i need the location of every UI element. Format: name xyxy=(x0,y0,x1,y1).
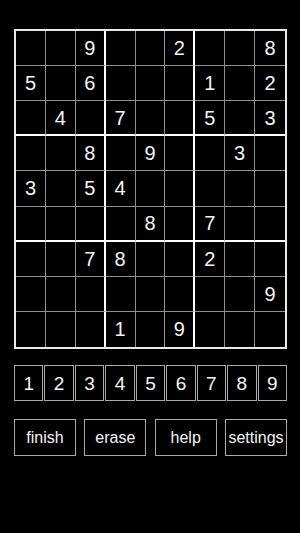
numpad-4[interactable]: 4 xyxy=(105,365,134,401)
cell-r1c6[interactable]: 2 xyxy=(165,31,195,66)
finish-button[interactable]: finish xyxy=(14,419,76,456)
cell-r8c4[interactable] xyxy=(106,277,136,312)
numpad-2[interactable]: 2 xyxy=(44,365,73,401)
numpad-7[interactable]: 7 xyxy=(197,365,226,401)
cell-r3c5[interactable] xyxy=(136,101,166,136)
cell-r4c2[interactable] xyxy=(46,136,76,171)
cell-r3c2[interactable]: 4 xyxy=(46,101,76,136)
cell-r1c1[interactable] xyxy=(16,31,46,66)
cell-r5c6[interactable] xyxy=(165,171,195,206)
cell-r2c7[interactable]: 1 xyxy=(195,66,225,101)
cell-r4c5[interactable]: 9 xyxy=(136,136,166,171)
settings-button[interactable]: settings xyxy=(225,419,287,456)
cell-r6c4[interactable] xyxy=(106,207,136,242)
cell-r8c5[interactable] xyxy=(136,277,166,312)
cell-r1c8[interactable] xyxy=(225,31,255,66)
cell-r7c4[interactable]: 8 xyxy=(106,242,136,277)
cell-r3c1[interactable] xyxy=(16,101,46,136)
cell-r8c1[interactable] xyxy=(16,277,46,312)
cell-r8c2[interactable] xyxy=(46,277,76,312)
cell-r1c9[interactable]: 8 xyxy=(255,31,285,66)
help-button[interactable]: help xyxy=(155,419,217,456)
cell-r3c9[interactable]: 3 xyxy=(255,101,285,136)
cell-r9c2[interactable] xyxy=(46,312,76,347)
cell-r1c5[interactable] xyxy=(136,31,166,66)
cell-r4c3[interactable]: 8 xyxy=(76,136,106,171)
cell-r2c6[interactable] xyxy=(165,66,195,101)
cell-r2c2[interactable] xyxy=(46,66,76,101)
cell-r7c3[interactable]: 7 xyxy=(76,242,106,277)
cell-r5c4[interactable]: 4 xyxy=(106,171,136,206)
cell-r7c1[interactable] xyxy=(16,242,46,277)
cell-r5c9[interactable] xyxy=(255,171,285,206)
cell-r2c5[interactable] xyxy=(136,66,166,101)
cell-r7c6[interactable] xyxy=(165,242,195,277)
cell-r4c9[interactable] xyxy=(255,136,285,171)
cell-r5c2[interactable] xyxy=(46,171,76,206)
cell-r7c8[interactable] xyxy=(225,242,255,277)
cell-r2c9[interactable]: 2 xyxy=(255,66,285,101)
cell-r2c3[interactable]: 6 xyxy=(76,66,106,101)
cell-r6c9[interactable] xyxy=(255,207,285,242)
cell-r8c9[interactable]: 9 xyxy=(255,277,285,312)
cell-r4c1[interactable] xyxy=(16,136,46,171)
cell-r3c6[interactable] xyxy=(165,101,195,136)
cell-r9c3[interactable] xyxy=(76,312,106,347)
cell-r6c1[interactable] xyxy=(16,207,46,242)
cell-r1c2[interactable] xyxy=(46,31,76,66)
cell-r3c4[interactable]: 7 xyxy=(106,101,136,136)
cell-r8c8[interactable] xyxy=(225,277,255,312)
numpad-6[interactable]: 6 xyxy=(166,365,195,401)
cell-r4c7[interactable] xyxy=(195,136,225,171)
cell-r6c8[interactable] xyxy=(225,207,255,242)
cell-r5c8[interactable] xyxy=(225,171,255,206)
cell-r1c7[interactable] xyxy=(195,31,225,66)
cell-r4c4[interactable] xyxy=(106,136,136,171)
cell-r2c4[interactable] xyxy=(106,66,136,101)
numpad-3[interactable]: 3 xyxy=(75,365,104,401)
sudoku-app-screen: 9285612475389335487782919 123456789 fini… xyxy=(0,0,300,533)
numpad-9[interactable]: 9 xyxy=(258,365,287,401)
cell-r4c8[interactable]: 3 xyxy=(225,136,255,171)
numpad-8[interactable]: 8 xyxy=(227,365,256,401)
numpad-5[interactable]: 5 xyxy=(136,365,165,401)
cell-r8c7[interactable] xyxy=(195,277,225,312)
cell-r3c3[interactable] xyxy=(76,101,106,136)
cell-r1c3[interactable]: 9 xyxy=(76,31,106,66)
cell-r9c7[interactable] xyxy=(195,312,225,347)
cell-r9c8[interactable] xyxy=(225,312,255,347)
action-bar: finish erase help settings xyxy=(14,419,287,456)
cell-r1c4[interactable] xyxy=(106,31,136,66)
cell-r2c8[interactable] xyxy=(225,66,255,101)
cell-r7c7[interactable]: 2 xyxy=(195,242,225,277)
cell-r9c1[interactable] xyxy=(16,312,46,347)
sudoku-board: 9285612475389335487782919 xyxy=(14,29,287,349)
cell-r2c1[interactable]: 5 xyxy=(16,66,46,101)
numpad-1[interactable]: 1 xyxy=(14,365,43,401)
cell-r6c5[interactable]: 8 xyxy=(136,207,166,242)
cell-r6c3[interactable] xyxy=(76,207,106,242)
cell-r9c9[interactable] xyxy=(255,312,285,347)
cell-r8c3[interactable] xyxy=(76,277,106,312)
cell-r9c4[interactable]: 1 xyxy=(106,312,136,347)
number-pad: 123456789 xyxy=(14,365,287,401)
cell-r9c6[interactable]: 9 xyxy=(165,312,195,347)
cell-r6c7[interactable]: 7 xyxy=(195,207,225,242)
cell-r6c2[interactable] xyxy=(46,207,76,242)
cell-r5c5[interactable] xyxy=(136,171,166,206)
cell-r9c5[interactable] xyxy=(136,312,166,347)
cell-r5c3[interactable]: 5 xyxy=(76,171,106,206)
cell-r7c2[interactable] xyxy=(46,242,76,277)
cell-r3c8[interactable] xyxy=(225,101,255,136)
cell-r3c7[interactable]: 5 xyxy=(195,101,225,136)
cell-r5c7[interactable] xyxy=(195,171,225,206)
cell-r8c6[interactable] xyxy=(165,277,195,312)
cell-r6c6[interactable] xyxy=(165,207,195,242)
cell-r5c1[interactable]: 3 xyxy=(16,171,46,206)
erase-button[interactable]: erase xyxy=(84,419,146,456)
cell-r4c6[interactable] xyxy=(165,136,195,171)
cell-r7c9[interactable] xyxy=(255,242,285,277)
cell-r7c5[interactable] xyxy=(136,242,166,277)
